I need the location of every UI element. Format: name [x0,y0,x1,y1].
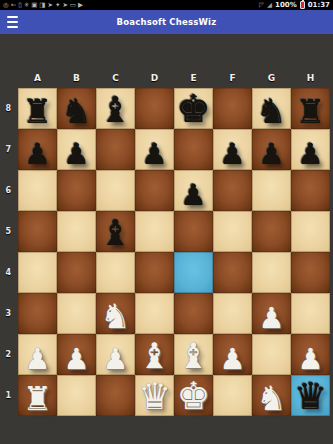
square-f8[interactable] [213,88,252,129]
file-label-d: D [135,71,174,86]
square-a1[interactable]: ♜ [18,375,57,416]
square-b5[interactable] [57,211,96,252]
white-pawn[interactable]: ♟ [103,345,129,374]
forward-icon: ➤ [47,0,52,10]
share-icon: ➤ [62,0,67,10]
square-g6[interactable] [252,170,291,211]
black-pawn[interactable]: ♟ [64,140,90,169]
file-label-f: F [213,71,252,86]
black-pawn[interactable]: ♟ [259,140,285,169]
window-notif-icon: ▭ [70,0,76,10]
square-e6[interactable]: ♟ [174,170,213,211]
white-pawn[interactable]: ♟ [25,345,51,374]
square-b2[interactable]: ♟ [57,334,96,375]
no-network-icon: ◸ [259,0,264,10]
square-c2[interactable]: ♟ [96,334,135,375]
rank-label-1: 1 [0,375,16,416]
square-c8[interactable]: ♝ [96,88,135,129]
rank-label-4: 4 [0,252,16,293]
square-f3[interactable] [213,293,252,334]
notification-icons: ◎←▯✳▣◨➤✦➤▭▶ [3,0,83,10]
file-label-e: E [174,71,213,86]
white-knight[interactable]: ♞ [100,299,130,333]
square-e4[interactable] [174,252,213,293]
square-h4[interactable] [291,252,330,293]
app-title: Boachsoft ChessWiz [117,17,217,27]
square-d7[interactable]: ♟ [135,129,174,170]
rank-label-5: 5 [0,211,16,252]
white-bishop[interactable]: ♝ [178,339,209,374]
file-label-c: C [96,71,135,86]
white-pawn[interactable]: ♟ [220,345,246,374]
black-pawn[interactable]: ♟ [25,140,51,169]
square-d4[interactable] [135,252,174,293]
star-notif-icon: ✦ [55,0,60,10]
signal-icon: ◢ [267,0,272,10]
square-h5[interactable] [291,211,330,252]
square-h2[interactable]: ♟ [291,334,330,375]
square-g3[interactable]: ♟ [252,293,291,334]
battery-icon [300,1,305,9]
white-knight[interactable]: ♞ [256,381,286,415]
square-f6[interactable] [213,170,252,211]
square-g4[interactable] [252,252,291,293]
menu-icon[interactable] [7,16,18,28]
square-d2[interactable]: ♝ [135,334,174,375]
white-pawn[interactable]: ♟ [259,304,285,333]
square-f2[interactable]: ♟ [213,334,252,375]
square-b4[interactable] [57,252,96,293]
square-h8[interactable]: ♜ [291,88,330,129]
square-h3[interactable] [291,293,330,334]
black-bishop[interactable]: ♝ [100,93,131,128]
square-c4[interactable] [96,252,135,293]
black-king[interactable]: ♚ [176,90,210,128]
white-pawn[interactable]: ♟ [298,345,324,374]
settings-notif-icon: ✳ [24,0,29,10]
square-d3[interactable] [135,293,174,334]
file-label-g: G [252,71,291,86]
square-a5[interactable] [18,211,57,252]
square-c6[interactable] [96,170,135,211]
white-bishop[interactable]: ♝ [139,339,170,374]
square-d1[interactable]: ♛ [135,375,174,416]
rank-label-2: 2 [0,334,16,375]
square-g8[interactable]: ♞ [252,88,291,129]
play-notif-icon: ▶ [78,0,83,10]
rank-labels: 87654321 [0,88,16,416]
sdcard-icon: ◨ [39,0,45,10]
file-label-h: H [291,71,330,86]
black-pawn[interactable]: ♟ [181,181,207,210]
file-label-a: A [18,71,57,86]
square-g5[interactable] [252,211,291,252]
chess-board: ♜♞♝♚♞♜♟♟♟♟♟♟♟♝♞♟♟♟♟♝♝♟♟♜♛♚♞♛ [18,88,330,416]
reply-icon: ← [11,0,16,10]
square-g7[interactable]: ♟ [252,129,291,170]
square-b1[interactable] [57,375,96,416]
square-h1[interactable]: ♛ [291,375,330,416]
square-a3[interactable] [18,293,57,334]
rank-label-6: 6 [0,170,16,211]
square-a4[interactable] [18,252,57,293]
square-h6[interactable] [291,170,330,211]
rank-label-3: 3 [0,293,16,334]
square-e1[interactable]: ♚ [174,375,213,416]
black-pawn[interactable]: ♟ [298,140,324,169]
square-a7[interactable]: ♟ [18,129,57,170]
white-king[interactable]: ♚ [176,377,210,415]
black-knight[interactable]: ♞ [61,94,91,128]
square-a6[interactable] [18,170,57,211]
square-e5[interactable] [174,211,213,252]
square-c1[interactable] [96,375,135,416]
rank-label-7: 7 [0,129,16,170]
square-g2[interactable] [252,334,291,375]
black-rook[interactable]: ♜ [23,95,53,128]
battery-notif-icon: ▯ [18,0,22,10]
square-c3[interactable]: ♞ [96,293,135,334]
square-c7[interactable] [96,129,135,170]
rank-label-8: 8 [0,88,16,129]
file-labels: ABCDEFGH [18,71,330,86]
square-f1[interactable] [213,375,252,416]
white-queen[interactable]: ♛ [138,378,171,415]
square-h7[interactable]: ♟ [291,129,330,170]
square-e2[interactable]: ♝ [174,334,213,375]
app-title-bar: Boachsoft ChessWiz [0,10,333,34]
black-knight[interactable]: ♞ [256,94,286,128]
square-f4[interactable] [213,252,252,293]
square-g1[interactable]: ♞ [252,375,291,416]
white-pawn[interactable]: ♟ [64,345,90,374]
black-pawn[interactable]: ♟ [220,140,246,169]
square-c5[interactable]: ♝ [96,211,135,252]
status-time: 01:37 [308,0,330,10]
square-e3[interactable] [174,293,213,334]
square-b8[interactable]: ♞ [57,88,96,129]
square-b6[interactable] [57,170,96,211]
battery-percent: 100% [275,0,297,10]
black-pawn[interactable]: ♟ [142,140,168,169]
app-notif-icon: ▣ [31,0,37,10]
file-label-b: B [57,71,96,86]
square-b3[interactable] [57,293,96,334]
square-a2[interactable]: ♟ [18,334,57,375]
square-f5[interactable] [213,211,252,252]
black-queen[interactable]: ♛ [294,378,327,415]
status-bar: ◎←▯✳▣◨➤✦➤▭▶ ◸ ◢ 100% 01:37 [0,0,333,10]
square-e8[interactable]: ♚ [174,88,213,129]
square-b7[interactable]: ♟ [57,129,96,170]
black-rook[interactable]: ♜ [296,95,326,128]
square-d6[interactable] [135,170,174,211]
square-e7[interactable] [174,129,213,170]
white-rook[interactable]: ♜ [23,382,53,415]
square-d8[interactable] [135,88,174,129]
square-f7[interactable]: ♟ [213,129,252,170]
square-d5[interactable] [135,211,174,252]
black-bishop[interactable]: ♝ [100,216,131,251]
square-a8[interactable]: ♜ [18,88,57,129]
clock-icon: ◎ [3,0,9,10]
